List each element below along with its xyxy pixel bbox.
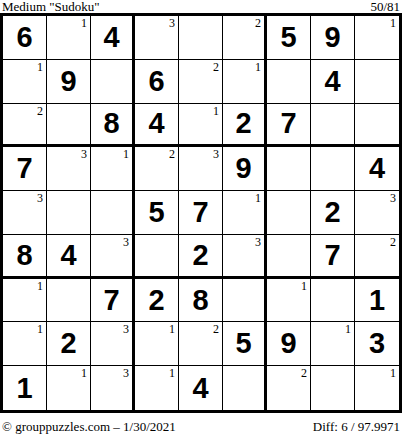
cell-r6c6[interactable]: 3 xyxy=(223,235,267,279)
cell-value: 9 xyxy=(267,322,310,365)
corner-mark: 3 xyxy=(213,147,219,161)
cell-r9c2[interactable]: 1 xyxy=(47,366,91,410)
corner-mark: 1 xyxy=(37,322,43,336)
corner-mark: 1 xyxy=(169,322,175,336)
cell-r9c4[interactable]: 1 xyxy=(135,366,179,410)
cell-r7c5[interactable]: 8 xyxy=(179,279,223,323)
corner-mark: 1 xyxy=(81,366,87,380)
cell-r7c4[interactable]: 2 xyxy=(135,279,179,323)
cell-r3c9[interactable] xyxy=(355,104,399,148)
puzzle-title: Medium "Sudoku" xyxy=(2,0,100,13)
cell-value: 1 xyxy=(355,279,399,322)
cell-r7c7[interactable]: 1 xyxy=(267,279,311,323)
footer: © grouppuzzles.com – 1/30/2021 Diff: 6 /… xyxy=(0,413,402,434)
cell-value: 2 xyxy=(223,104,264,145)
cell-r4c8[interactable] xyxy=(311,147,355,191)
cell-r5c6[interactable]: 1 xyxy=(223,191,267,235)
cell-r2c5[interactable]: 2 xyxy=(179,60,223,104)
cell-value: 9 xyxy=(223,147,264,190)
corner-mark: 2 xyxy=(390,235,396,249)
corner-mark: 1 xyxy=(255,60,261,74)
cell-r2c3[interactable] xyxy=(91,60,135,104)
cell-r6c4[interactable] xyxy=(135,235,179,279)
cell-r4c7[interactable] xyxy=(267,147,311,191)
cell-r2c6[interactable]: 1 xyxy=(223,60,267,104)
corner-mark: 1 xyxy=(390,366,396,380)
cell-r1c3[interactable]: 4 xyxy=(91,16,135,60)
cell-r2c7[interactable] xyxy=(267,60,311,104)
cell-value: 5 xyxy=(223,322,264,365)
cell-value: 8 xyxy=(91,104,132,145)
corner-mark: 1 xyxy=(81,16,87,30)
corner-mark: 3 xyxy=(81,147,87,161)
cell-value: 9 xyxy=(311,16,354,59)
corner-mark: 3 xyxy=(37,191,43,205)
cell-value: 7 xyxy=(3,147,46,190)
cell-r7c2[interactable] xyxy=(47,279,91,323)
corner-mark: 1 xyxy=(255,191,261,205)
cell-r4c2[interactable]: 3 xyxy=(47,147,91,191)
cell-value: 1 xyxy=(3,366,46,410)
cell-r6c8[interactable]: 7 xyxy=(311,235,355,279)
cell-r6c7[interactable] xyxy=(267,235,311,279)
cell-value: 4 xyxy=(135,104,178,145)
corner-mark: 3 xyxy=(123,235,129,249)
header: Medium "Sudoku" 50/81 xyxy=(0,0,402,13)
corner-mark: 2 xyxy=(169,147,175,161)
cell-r4c1[interactable]: 7 xyxy=(3,147,47,191)
cell-r7c9[interactable]: 1 xyxy=(355,279,399,323)
cell-r5c5[interactable]: 7 xyxy=(179,191,223,235)
corner-mark: 3 xyxy=(123,366,129,380)
cell-value: 6 xyxy=(135,60,178,103)
cell-r5c3[interactable] xyxy=(91,191,135,235)
cell-value: 4 xyxy=(47,235,90,276)
cell-r8c1[interactable]: 1 xyxy=(3,322,47,366)
cell-value: 7 xyxy=(267,104,310,145)
cell-value: 4 xyxy=(179,366,222,410)
cell-r9c3[interactable]: 3 xyxy=(91,366,135,410)
cell-value: 4 xyxy=(311,60,354,103)
corner-mark: 2 xyxy=(37,104,43,118)
cell-r2c8[interactable]: 4 xyxy=(311,60,355,104)
cell-value: 7 xyxy=(179,191,222,234)
cell-r9c6[interactable] xyxy=(223,366,267,410)
cell-r6c5[interactable]: 2 xyxy=(179,235,223,279)
cell-r6c2[interactable]: 4 xyxy=(47,235,91,279)
cell-value: 8 xyxy=(3,235,46,276)
cell-value: 5 xyxy=(267,16,310,59)
cell-r3c8[interactable] xyxy=(311,104,355,148)
cell-value: 3 xyxy=(355,322,399,365)
corner-mark: 3 xyxy=(123,322,129,336)
cell-r8c5[interactable]: 2 xyxy=(179,322,223,366)
cell-r9c7[interactable]: 2 xyxy=(267,366,311,410)
cell-r8c8[interactable]: 1 xyxy=(311,322,355,366)
cell-value: 4 xyxy=(355,147,399,190)
cell-r6c1[interactable]: 8 xyxy=(3,235,47,279)
corner-mark: 1 xyxy=(213,104,219,118)
cell-r3c6[interactable]: 2 xyxy=(223,104,267,148)
cell-value: 2 xyxy=(135,279,178,322)
cell-r5c1[interactable]: 3 xyxy=(3,191,47,235)
corner-mark: 3 xyxy=(255,235,261,249)
cell-r5c7[interactable] xyxy=(267,191,311,235)
corner-mark: 2 xyxy=(213,60,219,74)
corner-mark: 1 xyxy=(37,60,43,74)
cell-value: 4 xyxy=(91,16,132,59)
cell-r7c8[interactable] xyxy=(311,279,355,323)
cell-r1c2[interactable]: 1 xyxy=(47,16,91,60)
corner-mark: 1 xyxy=(390,16,396,30)
cell-value: 2 xyxy=(311,191,354,234)
cell-r4c6[interactable]: 9 xyxy=(223,147,267,191)
cell-r1c1[interactable]: 6 xyxy=(3,16,47,60)
cell-value: 2 xyxy=(47,322,90,365)
corner-mark: 3 xyxy=(169,16,175,30)
cell-r6c9[interactable]: 2 xyxy=(355,235,399,279)
corner-mark: 2 xyxy=(301,366,307,380)
cell-r4c4[interactable]: 2 xyxy=(135,147,179,191)
corner-mark: 2 xyxy=(255,16,261,30)
cell-r5c8[interactable]: 2 xyxy=(311,191,355,235)
cell-r8c4[interactable]: 1 xyxy=(135,322,179,366)
cell-r2c1[interactable]: 1 xyxy=(3,60,47,104)
corner-mark: 2 xyxy=(213,322,219,336)
cell-value: 7 xyxy=(311,235,354,276)
cell-value: 6 xyxy=(3,16,46,59)
cell-r2c2[interactable]: 9 xyxy=(47,60,91,104)
cell-r5c4[interactable]: 5 xyxy=(135,191,179,235)
cell-value: 2 xyxy=(179,235,222,276)
cell-r9c5[interactable]: 4 xyxy=(179,366,223,410)
cell-value: 7 xyxy=(91,279,132,322)
cell-r3c5[interactable]: 1 xyxy=(179,104,223,148)
cell-r1c4[interactable]: 3 xyxy=(135,16,179,60)
corner-mark: 3 xyxy=(390,191,396,205)
cell-r1c9[interactable]: 1 xyxy=(355,16,399,60)
cell-r3c2[interactable] xyxy=(47,104,91,148)
cell-r7c6[interactable] xyxy=(223,279,267,323)
cell-r9c1[interactable]: 1 xyxy=(3,366,47,410)
cell-r2c4[interactable]: 6 xyxy=(135,60,179,104)
cell-r1c8[interactable]: 9 xyxy=(311,16,355,60)
cell-r4c5[interactable]: 3 xyxy=(179,147,223,191)
cell-r4c3[interactable]: 1 xyxy=(91,147,135,191)
cell-r8c7[interactable]: 9 xyxy=(267,322,311,366)
cell-r1c5[interactable] xyxy=(179,16,223,60)
cell-r6c3[interactable]: 3 xyxy=(91,235,135,279)
cell-r1c6[interactable]: 2 xyxy=(223,16,267,60)
cell-r3c3[interactable]: 8 xyxy=(91,104,135,148)
cell-r8c2[interactable]: 2 xyxy=(47,322,91,366)
cell-r5c9[interactable]: 3 xyxy=(355,191,399,235)
corner-mark: 1 xyxy=(37,279,43,293)
cell-r3c1[interactable]: 2 xyxy=(3,104,47,148)
cell-r5c2[interactable] xyxy=(47,191,91,235)
cell-r2c9[interactable] xyxy=(355,60,399,104)
cell-r3c4[interactable]: 4 xyxy=(135,104,179,148)
progress-counter: 50/81 xyxy=(370,0,400,13)
corner-mark: 1 xyxy=(301,279,307,293)
cell-r7c3[interactable]: 7 xyxy=(91,279,135,323)
cell-r7c1[interactable]: 1 xyxy=(3,279,47,323)
cell-r3c7[interactable]: 7 xyxy=(267,104,311,148)
cell-r9c8[interactable] xyxy=(311,366,355,410)
cell-value: 5 xyxy=(135,191,178,234)
cell-value: 8 xyxy=(179,279,222,322)
copyright-credit: © grouppuzzles.com – 1/30/2021 xyxy=(2,420,176,434)
cell-value: 9 xyxy=(47,60,90,103)
difficulty-rating: Diff: 6 / 97.9971 xyxy=(313,420,400,434)
corner-mark: 1 xyxy=(345,322,351,336)
cell-r8c6[interactable]: 5 xyxy=(223,322,267,366)
corner-mark: 1 xyxy=(169,366,175,380)
cell-r8c9[interactable]: 3 xyxy=(355,322,399,366)
sudoku-grid: 6143259119621428412773123943571238432372… xyxy=(0,13,402,413)
cell-r9c9[interactable]: 1 xyxy=(355,366,399,410)
cell-r8c3[interactable]: 3 xyxy=(91,322,135,366)
corner-mark: 1 xyxy=(123,147,129,161)
cell-r1c7[interactable]: 5 xyxy=(267,16,311,60)
cell-r4c9[interactable]: 4 xyxy=(355,147,399,191)
